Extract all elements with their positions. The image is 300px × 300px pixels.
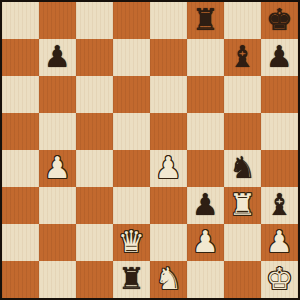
- square-a8[interactable]: [2, 2, 39, 39]
- square-h8[interactable]: ♚: [261, 2, 298, 39]
- square-a3[interactable]: [2, 187, 39, 224]
- square-f7[interactable]: [187, 39, 224, 76]
- square-f8[interactable]: ♜: [187, 2, 224, 39]
- white-queen[interactable]: ♛: [118, 227, 145, 257]
- square-d7[interactable]: [113, 39, 150, 76]
- square-h6[interactable]: [261, 76, 298, 113]
- square-e7[interactable]: [150, 39, 187, 76]
- black-bishop[interactable]: ♝: [266, 190, 293, 220]
- black-rook[interactable]: ♜: [192, 5, 219, 35]
- square-h3[interactable]: ♝: [261, 187, 298, 224]
- square-c6[interactable]: [76, 76, 113, 113]
- square-f1[interactable]: [187, 261, 224, 298]
- square-a4[interactable]: [2, 150, 39, 187]
- square-d3[interactable]: [113, 187, 150, 224]
- square-e4[interactable]: ♟: [150, 150, 187, 187]
- black-pawn[interactable]: ♟: [266, 42, 293, 72]
- square-f4[interactable]: [187, 150, 224, 187]
- square-d8[interactable]: [113, 2, 150, 39]
- white-pawn[interactable]: ♟: [192, 227, 219, 257]
- square-g4[interactable]: ♞: [224, 150, 261, 187]
- square-a6[interactable]: [2, 76, 39, 113]
- white-king[interactable]: ♚: [266, 264, 293, 294]
- square-b3[interactable]: [39, 187, 76, 224]
- chess-board: ♜♚♟♝♟♟♟♞♟♜♝♛♟♟♜♞♚: [0, 0, 300, 300]
- square-b6[interactable]: [39, 76, 76, 113]
- square-h5[interactable]: [261, 113, 298, 150]
- black-knight[interactable]: ♞: [229, 153, 256, 183]
- black-king[interactable]: ♚: [266, 5, 293, 35]
- square-h7[interactable]: ♟: [261, 39, 298, 76]
- square-e8[interactable]: [150, 2, 187, 39]
- square-e5[interactable]: [150, 113, 187, 150]
- square-g6[interactable]: [224, 76, 261, 113]
- square-g1[interactable]: [224, 261, 261, 298]
- square-b5[interactable]: [39, 113, 76, 150]
- square-c7[interactable]: [76, 39, 113, 76]
- square-f6[interactable]: [187, 76, 224, 113]
- square-e2[interactable]: [150, 224, 187, 261]
- white-rook[interactable]: ♜: [229, 190, 256, 220]
- square-d2[interactable]: ♛: [113, 224, 150, 261]
- square-c3[interactable]: [76, 187, 113, 224]
- square-a5[interactable]: [2, 113, 39, 150]
- square-f2[interactable]: ♟: [187, 224, 224, 261]
- square-c8[interactable]: [76, 2, 113, 39]
- square-g5[interactable]: [224, 113, 261, 150]
- square-h4[interactable]: [261, 150, 298, 187]
- square-g2[interactable]: [224, 224, 261, 261]
- square-g3[interactable]: ♜: [224, 187, 261, 224]
- black-pawn[interactable]: ♟: [44, 42, 71, 72]
- square-h2[interactable]: ♟: [261, 224, 298, 261]
- square-e6[interactable]: [150, 76, 187, 113]
- square-e3[interactable]: [150, 187, 187, 224]
- square-g8[interactable]: [224, 2, 261, 39]
- black-bishop[interactable]: ♝: [229, 42, 256, 72]
- square-f3[interactable]: ♟: [187, 187, 224, 224]
- black-pawn[interactable]: ♟: [192, 190, 219, 220]
- white-pawn[interactable]: ♟: [266, 227, 293, 257]
- square-e1[interactable]: ♞: [150, 261, 187, 298]
- square-a7[interactable]: [2, 39, 39, 76]
- square-c4[interactable]: [76, 150, 113, 187]
- square-c5[interactable]: [76, 113, 113, 150]
- white-knight[interactable]: ♞: [155, 264, 182, 294]
- square-g7[interactable]: ♝: [224, 39, 261, 76]
- square-b7[interactable]: ♟: [39, 39, 76, 76]
- black-rook[interactable]: ♜: [118, 264, 145, 294]
- square-d5[interactable]: [113, 113, 150, 150]
- square-b4[interactable]: ♟: [39, 150, 76, 187]
- white-pawn[interactable]: ♟: [44, 153, 71, 183]
- square-b1[interactable]: [39, 261, 76, 298]
- square-d4[interactable]: [113, 150, 150, 187]
- square-b8[interactable]: [39, 2, 76, 39]
- square-a2[interactable]: [2, 224, 39, 261]
- square-d1[interactable]: ♜: [113, 261, 150, 298]
- square-h1[interactable]: ♚: [261, 261, 298, 298]
- square-f5[interactable]: [187, 113, 224, 150]
- square-c1[interactable]: [76, 261, 113, 298]
- square-c2[interactable]: [76, 224, 113, 261]
- white-pawn[interactable]: ♟: [155, 153, 182, 183]
- square-a1[interactable]: [2, 261, 39, 298]
- square-d6[interactable]: [113, 76, 150, 113]
- square-b2[interactable]: [39, 224, 76, 261]
